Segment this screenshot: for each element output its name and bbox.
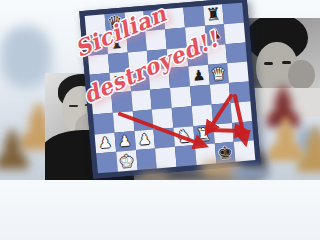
- square-f8[interactable]: [183, 6, 204, 27]
- square-g4[interactable]: [209, 83, 230, 104]
- square-d1[interactable]: [155, 147, 176, 168]
- piece-white-pawn-b2[interactable]: ♟: [118, 134, 132, 150]
- square-b3[interactable]: [113, 111, 134, 132]
- square-h7[interactable]: [224, 22, 245, 43]
- square-a2[interactable]: ♟: [95, 132, 116, 153]
- square-f5[interactable]: ♟: [188, 65, 209, 86]
- square-g3[interactable]: [211, 103, 232, 124]
- square-e3[interactable]: [172, 106, 193, 127]
- square-g2[interactable]: [213, 122, 234, 143]
- background-wooden-piece-far-left: ♟: [0, 124, 36, 178]
- foreground-board-blur: [230, 167, 270, 180]
- square-c3[interactable]: [132, 109, 153, 130]
- foreground-piece-head-2: [138, 172, 170, 180]
- square-a3[interactable]: [93, 113, 114, 134]
- square-h1[interactable]: [234, 140, 255, 161]
- photo-right-eye: [282, 61, 291, 64]
- square-f3[interactable]: [191, 104, 212, 125]
- square-b2[interactable]: ♟: [114, 131, 135, 152]
- square-d3[interactable]: [152, 108, 173, 129]
- square-e2[interactable]: ♞: [173, 126, 194, 147]
- square-e4[interactable]: [170, 86, 191, 107]
- square-c4[interactable]: [131, 90, 152, 111]
- square-d4[interactable]: [150, 88, 171, 109]
- square-f4[interactable]: [190, 85, 211, 106]
- square-h5[interactable]: [227, 62, 248, 83]
- square-c2[interactable]: ♟: [134, 129, 155, 150]
- square-h6[interactable]: [226, 42, 247, 63]
- piece-white-pawn-a2[interactable]: ♟: [98, 135, 112, 151]
- piece-white-rook-f2[interactable]: ♜: [195, 126, 212, 144]
- square-h8[interactable]: [222, 3, 243, 24]
- square-g5[interactable]: ♛: [208, 63, 229, 84]
- square-f2[interactable]: ♜: [193, 124, 214, 145]
- square-h4[interactable]: [229, 81, 250, 102]
- piece-black-rook-g8[interactable]: ♜: [205, 6, 222, 24]
- square-d2[interactable]: [154, 127, 175, 148]
- piece-white-knight-e2[interactable]: ♞: [176, 127, 193, 145]
- square-g8[interactable]: ♜: [203, 4, 224, 25]
- photo-right-eye: [264, 62, 273, 65]
- background-wooden-piece-right-edge: ♟: [288, 120, 320, 180]
- square-b1[interactable]: ♚: [116, 150, 137, 171]
- photo-left-eye: [69, 105, 78, 107]
- square-h2[interactable]: [232, 121, 253, 142]
- square-a1[interactable]: [96, 152, 117, 173]
- square-c1[interactable]: [136, 149, 157, 170]
- square-e1[interactable]: [175, 145, 196, 166]
- piece-black-pawn-f5[interactable]: ♟: [192, 68, 206, 84]
- piece-white-king-b1[interactable]: ♚: [118, 152, 135, 170]
- square-h3[interactable]: [231, 101, 252, 122]
- piece-white-pawn-c2[interactable]: ♟: [138, 132, 152, 148]
- piece-white-queen-g5[interactable]: ♛: [210, 65, 227, 83]
